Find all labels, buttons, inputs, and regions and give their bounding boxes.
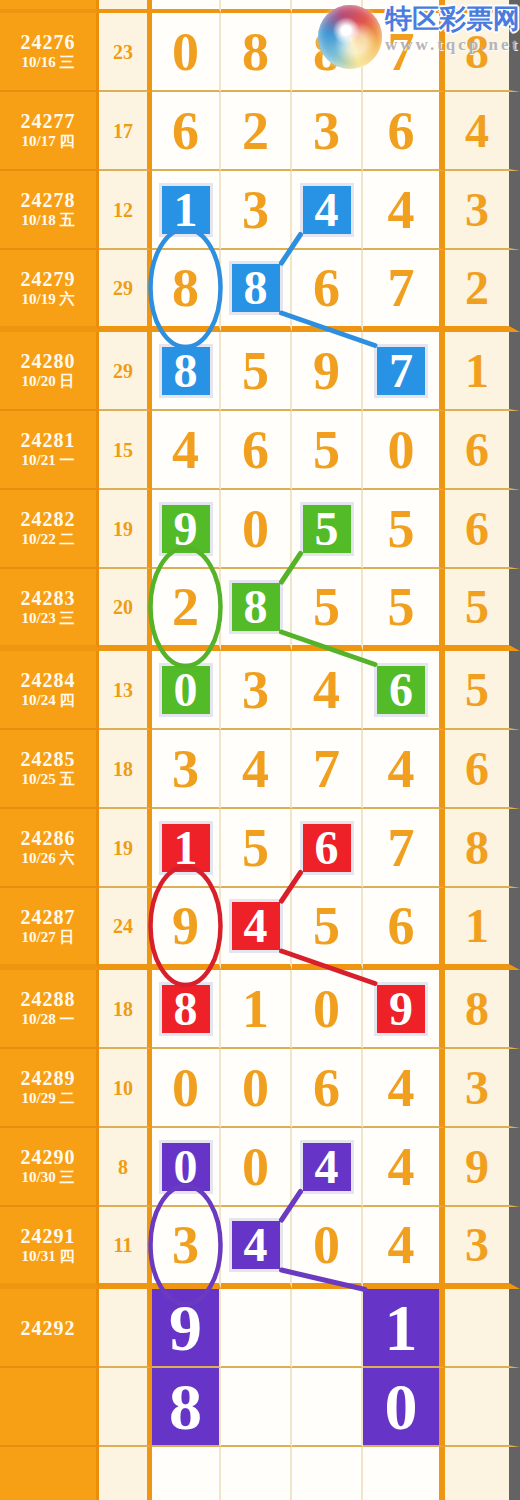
digit-cell: 6 — [363, 92, 445, 171]
digit-value: 4 — [388, 1218, 415, 1272]
digit-value: 4 — [244, 902, 268, 950]
row-24278: 2427810/18 五1213443 — [0, 171, 520, 250]
digit-cell: 6 — [292, 1049, 363, 1128]
sum-cell — [99, 1289, 152, 1368]
marked-digit-box: 9 — [152, 1289, 219, 1366]
digit-cell: 0 — [221, 1128, 292, 1207]
sum-cell: 12 — [99, 171, 152, 250]
issue-cell: 2428110/21 一 — [0, 411, 99, 490]
tail-digit: 4 — [465, 107, 489, 155]
digit-cell: 7 — [363, 250, 445, 332]
marked-digit-box: 0 — [159, 663, 213, 717]
digit-value: 5 — [388, 580, 415, 634]
marked-digit-box: 9 — [374, 982, 428, 1036]
sum-cell: 13 — [99, 651, 152, 730]
tail-digit-cell — [445, 1289, 520, 1368]
issue-cell: 2429110/31 四 — [0, 1207, 99, 1289]
sum-cell: 24 — [99, 888, 152, 970]
issue-number: 24289 — [21, 1068, 76, 1088]
digit-value: 6 — [172, 104, 199, 158]
marked-digit-box: 6 — [300, 821, 354, 875]
sum-value: 18 — [113, 759, 133, 779]
digit-cell: 0 — [152, 651, 221, 730]
digit-cell: 9 — [152, 490, 221, 569]
digit-cell: 4 — [363, 1128, 445, 1207]
issue-cell: 2428310/23 三 — [0, 569, 99, 651]
marked-digit-box: 4 — [300, 183, 354, 237]
row-24290: 2429010/30 三800449 — [0, 1128, 520, 1207]
digit-value: 6 — [313, 1061, 340, 1115]
digit-value: 0 — [174, 1143, 198, 1191]
tail-digit: 6 — [465, 745, 489, 793]
row-24289: 2428910/29 二1000643 — [0, 1049, 520, 1128]
marked-digit-box: 8 — [159, 344, 213, 398]
digit-cell: 1 — [152, 809, 221, 888]
digit-value: 8 — [174, 985, 198, 1033]
marked-digit-box: 5 — [300, 502, 354, 556]
digit-cell: 3 — [221, 171, 292, 250]
tail-digit: 1 — [465, 347, 489, 395]
tail-digit-cell: 2 — [445, 250, 520, 332]
digit-cell: 5 — [292, 490, 363, 569]
digit-cell: 4 — [363, 1207, 445, 1289]
draw-date: 10/23 三 — [22, 609, 75, 627]
row-24285: 2428510/25 五1834746 — [0, 730, 520, 809]
sum-value: 19 — [113, 838, 133, 858]
tail-digit: 1 — [465, 902, 489, 950]
issue-number: 24291 — [21, 1226, 76, 1246]
digit-cell: 9 — [152, 888, 221, 970]
issue-cell: 24292 — [0, 1289, 99, 1368]
sum-cell: 29 — [99, 332, 152, 411]
digit-value: 7 — [389, 347, 413, 395]
digit-value: 9 — [389, 985, 413, 1033]
draw-date: 10/18 五 — [22, 211, 75, 229]
digit-value: 3 — [313, 104, 340, 158]
digit-cell: 8 — [152, 332, 221, 411]
draw-history-grid: 2427610/16 三23088782427710/17 四176236424… — [0, 0, 520, 1500]
digit-cell: 5 — [292, 411, 363, 490]
digit-cell: 3 — [152, 1207, 221, 1289]
digit-value: 0 — [242, 1061, 269, 1115]
issue-number: 24284 — [21, 670, 76, 690]
digit-value: 7 — [388, 261, 415, 315]
digit-value: 6 — [242, 423, 269, 477]
issue-cell: 2428610/26 六 — [0, 809, 99, 888]
issue-cell: 2428910/29 二 — [0, 1049, 99, 1128]
site-logo[interactable]: 特区彩票网 www.tqcp.net — [318, 5, 520, 69]
row-24280: 2428010/20 日2985971 — [0, 332, 520, 411]
marked-digit-box: 4 — [300, 1140, 354, 1194]
tail-digit: 2 — [465, 264, 489, 312]
issue-cell — [0, 1368, 99, 1447]
digit-value: 0 — [313, 1218, 340, 1272]
digit-value: 5 — [315, 505, 339, 553]
digit-cell: 8 — [221, 13, 292, 92]
digit-value: 3 — [172, 1218, 199, 1272]
digit-value: 8 — [244, 264, 268, 312]
issue-cell — [0, 1447, 99, 1500]
draw-date: 10/19 六 — [22, 290, 75, 308]
sum-value: 12 — [113, 200, 133, 220]
sum-cell: 17 — [99, 92, 152, 171]
marked-digit-box: 1 — [363, 1289, 439, 1366]
issue-cell: 2428710/27 日 — [0, 888, 99, 970]
issue-number: 24278 — [21, 190, 76, 210]
digit-cell: 4 — [292, 171, 363, 250]
row-24292: 2429291 — [0, 1289, 520, 1368]
digit-cell: 4 — [292, 1128, 363, 1207]
digit-cell: 2 — [221, 92, 292, 171]
sum-value: 17 — [113, 121, 133, 141]
digit-cell: 4 — [363, 1049, 445, 1128]
draw-date: 10/25 五 — [22, 770, 75, 788]
digit-cell: 9 — [292, 332, 363, 411]
digit-cell: 0 — [363, 411, 445, 490]
spacer-row — [0, 1447, 520, 1500]
site-url: www.tqcp.net — [385, 35, 520, 55]
issue-number: 24282 — [21, 509, 76, 529]
digit-cell — [363, 1447, 445, 1500]
tail-digit-cell: 5 — [445, 569, 520, 651]
sum-value: 24 — [113, 916, 133, 936]
digit-cell: 8 — [152, 970, 221, 1049]
sum-value: 18 — [113, 999, 133, 1019]
digit-value: 6 — [388, 104, 415, 158]
marked-digit-box: 6 — [374, 663, 428, 717]
sum-cell: 8 — [99, 1128, 152, 1207]
issue-cell: 2428010/20 日 — [0, 332, 99, 411]
digit-value: 4 — [388, 1061, 415, 1115]
digit-cell: 4 — [292, 651, 363, 730]
digit-cell: 6 — [363, 651, 445, 730]
digit-value: 4 — [388, 183, 415, 237]
digit-cell: 5 — [292, 888, 363, 970]
digit-value: 4 — [313, 663, 340, 717]
sum-value: 8 — [118, 1157, 128, 1177]
digit-value: 2 — [242, 104, 269, 158]
digit-value: 5 — [388, 502, 415, 556]
digit-value: 5 — [313, 580, 340, 634]
digit-cell: 8 — [221, 250, 292, 332]
marked-digit-box: 8 — [229, 580, 283, 634]
tail-digit-cell: 8 — [445, 809, 520, 888]
issue-cell: 2427710/17 四 — [0, 92, 99, 171]
digit-value: 4 — [315, 186, 339, 234]
sum-value: 23 — [113, 42, 133, 62]
digit-value: 6 — [388, 899, 415, 953]
marked-digit-box: 4 — [229, 899, 283, 953]
digit-value: 1 — [174, 824, 198, 872]
digit-cell — [152, 0, 221, 13]
sum-value: 13 — [113, 680, 133, 700]
tail-digit-cell: 9 — [445, 1128, 520, 1207]
sum-cell: 10 — [99, 1049, 152, 1128]
tail-digit-cell: 1 — [445, 332, 520, 411]
digit-cell: 0 — [152, 1128, 221, 1207]
issue-cell: 2428810/28 一 — [0, 970, 99, 1049]
digit-cell — [292, 1447, 363, 1500]
digit-cell: 6 — [363, 888, 445, 970]
marked-digit-box: 8 — [229, 261, 283, 315]
sum-cell: 18 — [99, 730, 152, 809]
digit-value: 4 — [388, 1140, 415, 1194]
digit-value: 6 — [389, 666, 413, 714]
digit-cell: 4 — [221, 888, 292, 970]
row-24277: 2427710/17 四1762364 — [0, 92, 520, 171]
digit-cell: 7 — [363, 332, 445, 411]
digit-cell: 1 — [221, 970, 292, 1049]
digit-cell: 0 — [292, 1207, 363, 1289]
digit-cell — [221, 1368, 292, 1447]
issue-cell: 2429010/30 三 — [0, 1128, 99, 1207]
sum-cell: 29 — [99, 250, 152, 332]
digit-cell: 9 — [152, 1289, 221, 1368]
tail-digit-cell: 3 — [445, 1207, 520, 1289]
tail-digit: 5 — [465, 583, 489, 631]
digit-value: 0 — [385, 1374, 418, 1440]
issue-number: 24279 — [21, 269, 76, 289]
digit-value: 4 — [244, 1221, 268, 1269]
marked-digit-box: 8 — [152, 1368, 219, 1445]
digit-cell: 1 — [152, 171, 221, 250]
row-24291: 2429110/31 四1134043 — [0, 1207, 520, 1289]
draw-date: 10/24 四 — [22, 691, 75, 709]
digit-cell: 0 — [363, 1368, 445, 1447]
tail-digit: 3 — [465, 186, 489, 234]
tail-digit: 3 — [465, 1221, 489, 1269]
issue-number: 24286 — [21, 828, 76, 848]
sum-value: 29 — [113, 361, 133, 381]
tail-digit-cell: 3 — [445, 171, 520, 250]
digit-cell — [152, 1447, 221, 1500]
digit-value: 3 — [242, 663, 269, 717]
tail-digit-cell: 5 — [445, 651, 520, 730]
issue-number: 24277 — [21, 111, 76, 131]
digit-value: 5 — [242, 344, 269, 398]
draw-date: 10/22 二 — [22, 530, 75, 548]
digit-cell: 5 — [292, 569, 363, 651]
sum-cell — [99, 1368, 152, 1447]
logo-swirl-icon — [318, 5, 382, 69]
tail-digit: 6 — [465, 426, 489, 474]
digit-cell: 5 — [221, 332, 292, 411]
logo-text: 特区彩票网 www.tqcp.net — [385, 5, 520, 55]
digit-cell: 2 — [152, 569, 221, 651]
digit-cell: 6 — [221, 411, 292, 490]
digit-cell: 5 — [363, 490, 445, 569]
digit-cell: 7 — [363, 809, 445, 888]
issue-cell: 2428510/25 五 — [0, 730, 99, 809]
sum-value: 19 — [113, 519, 133, 539]
digit-value: 8 — [169, 1374, 202, 1440]
issue-number: 24290 — [21, 1147, 76, 1167]
draw-date: 10/17 四 — [22, 132, 75, 150]
site-name: 特区彩票网 — [385, 5, 520, 35]
digit-cell: 3 — [292, 92, 363, 171]
issue-number: 24283 — [21, 588, 76, 608]
row-24282: 2428210/22 二1990556 — [0, 490, 520, 569]
digit-value: 4 — [388, 742, 415, 796]
digit-value: 4 — [172, 423, 199, 477]
issue-number: 24292 — [21, 1318, 76, 1338]
tail-digit-cell: 4 — [445, 92, 520, 171]
digit-value: 1 — [385, 1295, 418, 1361]
issue-cell — [0, 0, 99, 13]
issue-cell: 2427910/19 六 — [0, 250, 99, 332]
digit-cell: 8 — [152, 1368, 221, 1447]
tail-digit: 3 — [465, 1064, 489, 1112]
digit-cell: 0 — [221, 490, 292, 569]
digit-cell: 4 — [363, 730, 445, 809]
sum-cell: 15 — [99, 411, 152, 490]
tail-digit: 8 — [465, 824, 489, 872]
row-24284: 2428410/24 四1303465 — [0, 651, 520, 730]
digit-cell: 8 — [152, 250, 221, 332]
digit-cell: 8 — [221, 569, 292, 651]
tail-digit-cell: 8 — [445, 970, 520, 1049]
digit-value: 1 — [174, 186, 198, 234]
digit-value: 8 — [174, 347, 198, 395]
digit-value: 8 — [244, 583, 268, 631]
digit-cell — [292, 1368, 363, 1447]
digit-value: 0 — [172, 1061, 199, 1115]
lottery-trend-chart: 2427610/16 三23088782427710/17 四176236424… — [0, 0, 520, 1500]
digit-value: 7 — [313, 742, 340, 796]
sum-value: 15 — [113, 440, 133, 460]
digit-cell: 0 — [221, 1049, 292, 1128]
row-24279: 2427910/19 六2988672 — [0, 250, 520, 332]
issue-number: 24288 — [21, 989, 76, 1009]
digit-value: 6 — [315, 824, 339, 872]
digit-value: 9 — [174, 505, 198, 553]
sum-cell: 20 — [99, 569, 152, 651]
issue-cell: 2427610/16 三 — [0, 13, 99, 92]
row-next: 80 — [0, 1368, 520, 1447]
tail-digit: 9 — [465, 1143, 489, 1191]
digit-cell: 1 — [363, 1289, 445, 1368]
tail-digit: 8 — [465, 985, 489, 1033]
digit-value: 6 — [313, 261, 340, 315]
sum-cell: 19 — [99, 490, 152, 569]
tail-digit-cell: 6 — [445, 411, 520, 490]
digit-cell: 9 — [363, 970, 445, 1049]
digit-value: 5 — [313, 423, 340, 477]
draw-date: 10/16 三 — [22, 53, 75, 71]
digit-value: 9 — [172, 899, 199, 953]
row-24288: 2428810/28 一1881098 — [0, 970, 520, 1049]
tail-digit-cell — [445, 1447, 520, 1500]
digit-value: 0 — [172, 25, 199, 79]
sum-cell: 11 — [99, 1207, 152, 1289]
sum-cell — [99, 0, 152, 13]
issue-number: 24285 — [21, 749, 76, 769]
draw-date: 10/20 日 — [22, 372, 75, 390]
digit-cell — [221, 1447, 292, 1500]
tail-digit-cell: 1 — [445, 888, 520, 970]
digit-cell — [221, 1289, 292, 1368]
row-24281: 2428110/21 一1546506 — [0, 411, 520, 490]
digit-value: 9 — [313, 344, 340, 398]
digit-cell: 5 — [221, 809, 292, 888]
issue-cell: 2427810/18 五 — [0, 171, 99, 250]
digit-cell: 0 — [292, 970, 363, 1049]
issue-number: 24281 — [21, 430, 76, 450]
marked-digit-box: 9 — [159, 502, 213, 556]
tail-digit-cell: 6 — [445, 490, 520, 569]
digit-value: 1 — [242, 982, 269, 1036]
draw-date: 10/31 四 — [22, 1247, 75, 1265]
digit-cell: 4 — [221, 1207, 292, 1289]
sum-value: 11 — [114, 1235, 133, 1255]
draw-date: 10/21 一 — [22, 451, 75, 469]
marked-digit-box: 7 — [374, 344, 428, 398]
digit-value: 5 — [313, 899, 340, 953]
digit-value: 4 — [242, 742, 269, 796]
sum-cell: 19 — [99, 809, 152, 888]
sum-value: 10 — [113, 1078, 133, 1098]
marked-digit-box: 0 — [363, 1368, 439, 1445]
draw-date: 10/29 二 — [22, 1089, 75, 1107]
draw-date: 10/26 六 — [22, 849, 75, 867]
draw-date: 10/27 日 — [22, 928, 75, 946]
tail-digit: 5 — [465, 666, 489, 714]
digit-value: 8 — [172, 261, 199, 315]
row-24283: 2428310/23 三2028555 — [0, 569, 520, 651]
digit-cell — [292, 1289, 363, 1368]
issue-number: 24276 — [21, 32, 76, 52]
tail-digit-cell: 3 — [445, 1049, 520, 1128]
digit-value: 0 — [388, 423, 415, 477]
digit-value: 0 — [242, 502, 269, 556]
digit-value: 0 — [313, 982, 340, 1036]
digit-value: 2 — [172, 580, 199, 634]
marked-digit-box: 4 — [229, 1218, 283, 1272]
issue-number: 24280 — [21, 351, 76, 371]
digit-cell: 5 — [363, 569, 445, 651]
digit-cell — [221, 0, 292, 13]
sum-value: 29 — [113, 278, 133, 298]
digit-cell: 0 — [152, 13, 221, 92]
sum-cell: 23 — [99, 13, 152, 92]
marked-digit-box: 0 — [159, 1140, 213, 1194]
marked-digit-box: 1 — [159, 183, 213, 237]
digit-cell: 4 — [152, 411, 221, 490]
digit-value: 0 — [242, 1140, 269, 1194]
sum-cell — [99, 1447, 152, 1500]
digit-cell: 6 — [292, 809, 363, 888]
digit-value: 9 — [169, 1295, 202, 1361]
sum-value: 20 — [113, 597, 133, 617]
marked-digit-box: 1 — [159, 821, 213, 875]
digit-cell: 6 — [152, 92, 221, 171]
digit-cell: 3 — [152, 730, 221, 809]
digit-value: 0 — [174, 666, 198, 714]
tail-digit: 6 — [465, 505, 489, 553]
draw-date: 10/30 三 — [22, 1168, 75, 1186]
digit-value: 5 — [242, 821, 269, 875]
digit-value: 7 — [388, 821, 415, 875]
digit-value: 8 — [242, 25, 269, 79]
digit-cell: 6 — [292, 250, 363, 332]
issue-cell: 2428210/22 二 — [0, 490, 99, 569]
digit-cell: 4 — [221, 730, 292, 809]
digit-cell: 3 — [221, 651, 292, 730]
draw-date: 10/28 一 — [22, 1010, 75, 1028]
issue-number: 24287 — [21, 907, 76, 927]
tail-digit-cell: 6 — [445, 730, 520, 809]
digit-value: 3 — [172, 742, 199, 796]
